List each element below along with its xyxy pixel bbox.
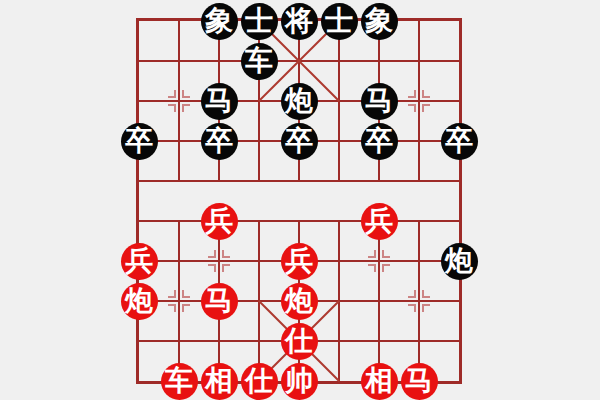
piece-red-elephant[interactable]: 相 <box>361 363 398 400</box>
piece-black-general[interactable]: 将 <box>281 3 318 40</box>
piece-red-horse[interactable]: 马 <box>201 283 238 320</box>
piece-red-soldier[interactable]: 兵 <box>361 203 398 240</box>
piece-red-elephant[interactable]: 相 <box>201 363 238 400</box>
piece-black-cannon[interactable]: 炮 <box>441 243 478 280</box>
piece-red-advisor[interactable]: 仕 <box>241 363 278 400</box>
piece-black-elephant[interactable]: 象 <box>361 3 398 40</box>
pieces-layer: 象士将士象车马炮马卒卒卒卒卒兵兵兵兵炮炮马炮仕车相仕帅相马 <box>119 1 479 400</box>
piece-black-soldier[interactable]: 卒 <box>361 123 398 160</box>
piece-red-chariot[interactable]: 车 <box>161 363 198 400</box>
piece-black-advisor[interactable]: 士 <box>241 3 278 40</box>
piece-red-cannon[interactable]: 炮 <box>281 283 318 320</box>
piece-black-advisor[interactable]: 士 <box>321 3 358 40</box>
piece-red-soldier[interactable]: 兵 <box>201 203 238 240</box>
piece-red-horse[interactable]: 马 <box>401 363 438 400</box>
piece-black-horse[interactable]: 马 <box>201 83 238 120</box>
piece-black-soldier[interactable]: 卒 <box>201 123 238 160</box>
piece-red-soldier[interactable]: 兵 <box>121 243 158 280</box>
piece-black-horse[interactable]: 马 <box>361 83 398 120</box>
piece-black-soldier[interactable]: 卒 <box>441 123 478 160</box>
piece-red-soldier[interactable]: 兵 <box>281 243 318 280</box>
piece-red-general[interactable]: 帅 <box>281 363 318 400</box>
piece-black-soldier[interactable]: 卒 <box>281 123 318 160</box>
piece-red-cannon[interactable]: 炮 <box>121 283 158 320</box>
piece-black-cannon[interactable]: 炮 <box>281 83 318 120</box>
piece-red-advisor[interactable]: 仕 <box>281 323 318 360</box>
xiangqi-board: 象士将士象车马炮马卒卒卒卒卒兵兵兵兵炮炮马炮仕车相仕帅相马 <box>0 0 600 400</box>
piece-black-soldier[interactable]: 卒 <box>121 123 158 160</box>
piece-black-elephant[interactable]: 象 <box>201 3 238 40</box>
piece-black-chariot[interactable]: 车 <box>241 43 278 80</box>
